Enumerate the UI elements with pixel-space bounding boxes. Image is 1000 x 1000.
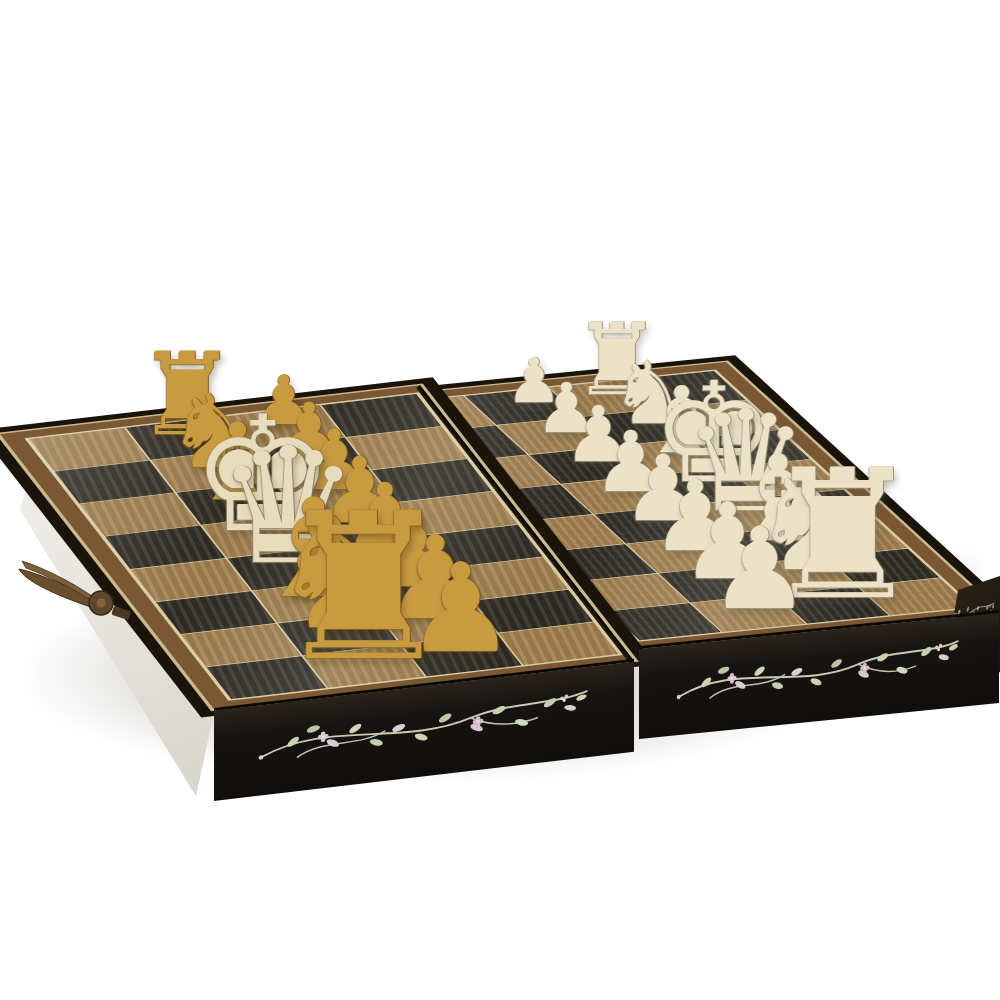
scene: ♜♞♝♛♚♝♞♜♟♟♟♟♟♟♟♟♟♟♟♟♟♟♟♟♜♞♝♛♚♝♞♜ [0,0,1000,1000]
piece-yellow-rook[interactable]: ♜ [272,486,455,690]
brass-clasp-icon [8,556,138,636]
mother-of-pearl-inlay-right [671,625,966,721]
piece-white-pawn[interactable]: ♟ [709,512,810,625]
